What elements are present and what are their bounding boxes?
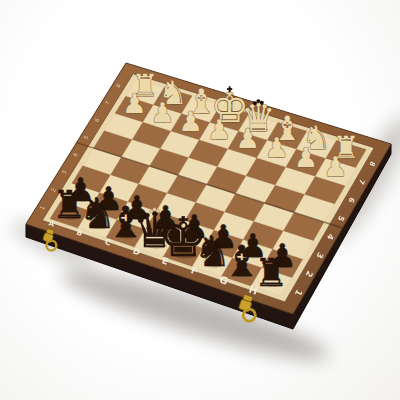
piece-glyph: ♟ <box>122 88 146 119</box>
light-pawn-b7: ♟ <box>150 97 174 128</box>
piece-glyph: ♟ <box>178 106 202 137</box>
photo-stage: ABCDEFGH1122334455667788♜♞♝♚♛♝♞♜♟♟♟♟♟♟♟♟… <box>0 0 400 400</box>
dark-rook-h1: ♜ <box>254 250 289 295</box>
piece-glyph: ♟ <box>207 114 231 145</box>
light-pawn-a7: ♟ <box>122 88 146 119</box>
light-pawn-h7: ♟ <box>323 151 347 182</box>
piece-glyph: ♟ <box>265 132 289 163</box>
piece-glyph: ♜ <box>254 250 289 295</box>
piece-glyph: ♟ <box>323 151 347 182</box>
light-pawn-c7: ♟ <box>178 106 202 137</box>
light-pawn-d7: ♟ <box>207 114 231 145</box>
light-pawn-f7: ♟ <box>265 132 289 163</box>
piece-glyph: ♟ <box>294 142 318 173</box>
piece-glyph: ♟ <box>150 97 174 128</box>
chess-board-photo: ABCDEFGH1122334455667788♜♞♝♚♛♝♞♜♟♟♟♟♟♟♟♟… <box>0 0 400 400</box>
light-pawn-g7: ♟ <box>294 142 318 173</box>
light-pawn-e7: ♟ <box>236 123 260 154</box>
piece-glyph: ♟ <box>236 123 260 154</box>
